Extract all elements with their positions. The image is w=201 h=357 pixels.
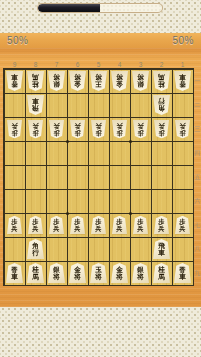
shogi-piece-lance-sente[interactable]: 香車 (174, 263, 191, 283)
file-label: 7 (46, 61, 67, 69)
board-cell[interactable]: 歩兵 (67, 117, 88, 141)
board-cell[interactable] (109, 141, 130, 165)
board-cell[interactable] (88, 165, 109, 189)
board-cell[interactable]: 歩兵 (151, 117, 172, 141)
board-cell[interactable]: 香車 (172, 261, 193, 285)
board-cell[interactable] (109, 93, 130, 117)
board-cell[interactable]: 歩兵 (172, 213, 193, 237)
shogi-piece-lance-sente[interactable]: 香車 (6, 263, 23, 283)
board-cell[interactable]: 金将 (109, 69, 130, 93)
shogi-piece-pawn-gote[interactable]: 歩兵 (175, 120, 190, 139)
shogi-piece-pawn-sente[interactable]: 歩兵 (7, 216, 22, 235)
rank-label: 二 (194, 93, 201, 117)
shogi-piece-knight-gote[interactable]: 桂馬 (153, 71, 170, 91)
board-cell[interactable] (25, 165, 46, 189)
shogi-piece-pawn-gote[interactable]: 歩兵 (49, 120, 64, 139)
board-cell[interactable] (25, 141, 46, 165)
shogi-piece-pawn-sente[interactable]: 歩兵 (133, 216, 148, 235)
shogi-piece-silver-gote[interactable]: 銀将 (48, 71, 65, 91)
board-cell[interactable]: 香車 (4, 69, 25, 93)
balance-progress-bar (37, 3, 163, 13)
board-cell[interactable]: 銀将 (130, 69, 151, 93)
board-cell[interactable]: 銀将 (130, 261, 151, 285)
board-cell[interactable] (46, 141, 67, 165)
rank-label: 一 (194, 69, 201, 93)
board-cell[interactable] (109, 189, 130, 213)
board-cell[interactable]: 歩兵 (172, 117, 193, 141)
shogi-piece-gold-sente[interactable]: 金将 (111, 263, 128, 283)
board-cell[interactable] (172, 165, 193, 189)
board-cell[interactable]: 歩兵 (4, 117, 25, 141)
shogi-piece-pawn-sente[interactable]: 歩兵 (154, 216, 169, 235)
balance-progress-fill (38, 4, 100, 12)
shogi-piece-pawn-gote[interactable]: 歩兵 (154, 120, 169, 139)
file-label: 3 (130, 61, 151, 69)
board-cell[interactable] (151, 141, 172, 165)
shogi-piece-pawn-sente[interactable]: 歩兵 (112, 216, 127, 235)
shogi-piece-rook-sente[interactable]: 飛車 (153, 239, 170, 259)
board-cell[interactable] (67, 93, 88, 117)
board-cell[interactable] (46, 93, 67, 117)
file-label: 6 (67, 61, 88, 69)
file-label: 8 (25, 61, 46, 69)
board-cell[interactable] (4, 189, 25, 213)
shogi-piece-gold-gote[interactable]: 金将 (111, 71, 128, 91)
board-cell[interactable] (4, 165, 25, 189)
shogi-piece-knight-gote[interactable]: 桂馬 (27, 71, 44, 91)
board-cell[interactable] (130, 141, 151, 165)
file-label: 2 (151, 61, 172, 69)
board-cell[interactable]: 歩兵 (46, 117, 67, 141)
board-cell[interactable] (172, 189, 193, 213)
board-cell[interactable]: 歩兵 (88, 213, 109, 237)
shogi-piece-lance-gote[interactable]: 香車 (6, 71, 23, 91)
shogi-piece-silver-sente[interactable]: 銀将 (132, 263, 149, 283)
rank-label: 七 (194, 213, 201, 237)
shogi-piece-pawn-sente[interactable]: 歩兵 (70, 216, 85, 235)
shogi-app-screen: 50% 50% 987654321 一二三四五六七八九 香車桂馬銀将金将王将金将… (0, 0, 201, 357)
rank-label: 五 (194, 165, 201, 189)
gote-percent-label: 50% (172, 35, 194, 46)
shogi-piece-pawn-gote[interactable]: 歩兵 (28, 120, 43, 139)
board-cell[interactable]: 王将 (88, 69, 109, 93)
shogi-piece-pawn-sente[interactable]: 歩兵 (175, 216, 190, 235)
board-cell[interactable]: 香車 (172, 69, 193, 93)
board-cell[interactable] (46, 237, 67, 261)
board-cell[interactable] (67, 165, 88, 189)
board-cell[interactable] (88, 237, 109, 261)
board-cell[interactable]: 角行 (151, 93, 172, 117)
board-cell[interactable]: 銀将 (46, 69, 67, 93)
board-cell[interactable]: 金将 (67, 261, 88, 285)
shogi-piece-pawn-gote[interactable]: 歩兵 (70, 120, 85, 139)
shogi-piece-bishop-gote[interactable]: 角行 (153, 95, 170, 115)
file-label: 4 (109, 61, 130, 69)
board-cell[interactable]: 金将 (109, 261, 130, 285)
board-cell[interactable] (172, 141, 193, 165)
board-cell[interactable]: 歩兵 (67, 213, 88, 237)
board-cell[interactable] (151, 189, 172, 213)
board-cell[interactable]: 歩兵 (151, 213, 172, 237)
file-coordinate-labels: 987654321 (4, 61, 193, 69)
shogi-piece-pawn-sente[interactable]: 歩兵 (49, 216, 64, 235)
board-cell[interactable] (130, 165, 151, 189)
board-cell[interactable]: 飛車 (25, 93, 46, 117)
board-cell[interactable] (151, 165, 172, 189)
board-cell[interactable]: 歩兵 (109, 117, 130, 141)
shogi-piece-pawn-gote[interactable]: 歩兵 (91, 120, 106, 139)
board-cell[interactable] (4, 93, 25, 117)
shogi-piece-knight-sente[interactable]: 桂馬 (27, 263, 44, 283)
shogi-piece-silver-gote[interactable]: 銀将 (132, 71, 149, 91)
file-label: 9 (4, 61, 25, 69)
rank-label: 四 (194, 141, 201, 165)
board-cell[interactable] (109, 237, 130, 261)
rank-label: 三 (194, 117, 201, 141)
board-cell[interactable] (4, 141, 25, 165)
board-cell[interactable] (88, 189, 109, 213)
board-cell[interactable] (46, 189, 67, 213)
rank-label: 六 (194, 189, 201, 213)
board-cell[interactable]: 飛車 (151, 237, 172, 261)
file-label: 1 (172, 61, 193, 69)
shogi-piece-gold-gote[interactable]: 金将 (69, 71, 86, 91)
board-cell[interactable] (172, 93, 193, 117)
board-cell[interactable] (88, 141, 109, 165)
board-cell[interactable]: 歩兵 (4, 213, 25, 237)
shogi-piece-pawn-sente[interactable]: 歩兵 (28, 216, 43, 235)
shogi-piece-silver-sente[interactable]: 銀将 (48, 263, 65, 283)
board-cell[interactable]: 歩兵 (88, 117, 109, 141)
board-cell[interactable] (67, 189, 88, 213)
shogi-piece-pawn-gote[interactable]: 歩兵 (7, 120, 22, 139)
rank-label: 八 (194, 237, 201, 261)
sente-percent-label: 50% (7, 35, 29, 46)
board-cell[interactable]: 角行 (25, 237, 46, 261)
board-cell[interactable]: 銀将 (46, 261, 67, 285)
board-cell[interactable] (130, 237, 151, 261)
shogi-board: 香車桂馬銀将金将王将金将銀将桂馬香車飛車角行歩兵歩兵歩兵歩兵歩兵歩兵歩兵歩兵歩兵… (4, 69, 193, 285)
board-cell[interactable]: 歩兵 (25, 117, 46, 141)
board-cell[interactable] (88, 93, 109, 117)
shogi-piece-pawn-gote[interactable]: 歩兵 (112, 120, 127, 139)
board-cell[interactable] (67, 237, 88, 261)
board-cell[interactable] (109, 165, 130, 189)
shogi-piece-pawn-sente[interactable]: 歩兵 (91, 216, 106, 235)
board-cell[interactable] (25, 189, 46, 213)
board-cell[interactable] (172, 237, 193, 261)
capture-hud-bar: 50% 50% (0, 33, 201, 48)
board-cell[interactable]: 桂馬 (25, 69, 46, 93)
board-cell[interactable]: 玉将 (88, 261, 109, 285)
board-grid: 香車桂馬銀将金将王将金将銀将桂馬香車飛車角行歩兵歩兵歩兵歩兵歩兵歩兵歩兵歩兵歩兵… (4, 69, 193, 285)
shogi-piece-gold-sente[interactable]: 金将 (69, 263, 86, 283)
board-cell[interactable]: 金将 (67, 69, 88, 93)
board-cell[interactable]: 桂馬 (151, 69, 172, 93)
shogi-piece-lance-gote[interactable]: 香車 (174, 71, 191, 91)
board-cell[interactable] (130, 189, 151, 213)
board-cell[interactable]: 桂馬 (151, 261, 172, 285)
shogi-piece-knight-sente[interactable]: 桂馬 (153, 263, 170, 283)
board-cell[interactable] (4, 237, 25, 261)
board-cell[interactable]: 歩兵 (25, 213, 46, 237)
shogi-piece-king-gote-gote[interactable]: 王将 (90, 71, 107, 91)
board-cell[interactable] (46, 165, 67, 189)
shogi-piece-bishop-sente[interactable]: 角行 (27, 239, 44, 259)
board-cell[interactable]: 桂馬 (25, 261, 46, 285)
rank-coordinate-labels: 一二三四五六七八九 (194, 69, 201, 285)
shogi-piece-pawn-gote[interactable]: 歩兵 (133, 120, 148, 139)
board-cell[interactable]: 香車 (4, 261, 25, 285)
board-cell[interactable] (130, 93, 151, 117)
file-label: 5 (88, 61, 109, 69)
board-cell[interactable]: 歩兵 (109, 213, 130, 237)
board-cell[interactable]: 歩兵 (46, 213, 67, 237)
shogi-piece-king-sente-sente[interactable]: 玉将 (90, 263, 107, 283)
board-cell[interactable]: 歩兵 (130, 117, 151, 141)
rank-label: 九 (194, 261, 201, 285)
board-cell[interactable] (67, 141, 88, 165)
board-cell[interactable]: 歩兵 (130, 213, 151, 237)
shogi-piece-rook-gote[interactable]: 飛車 (27, 95, 44, 115)
